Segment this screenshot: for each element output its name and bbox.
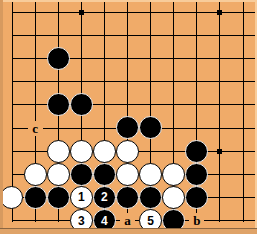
board-frame-left [0,0,3,234]
board-frame-bottom [0,228,257,234]
point-label-a: a [120,213,135,228]
board-frame-top [0,0,257,2]
board-frame-right [255,0,257,234]
go-board: 12345 abc [0,0,257,234]
point-label-c: c [28,121,43,136]
point-label-b: b [189,213,204,228]
point-labels: abc [0,0,257,234]
